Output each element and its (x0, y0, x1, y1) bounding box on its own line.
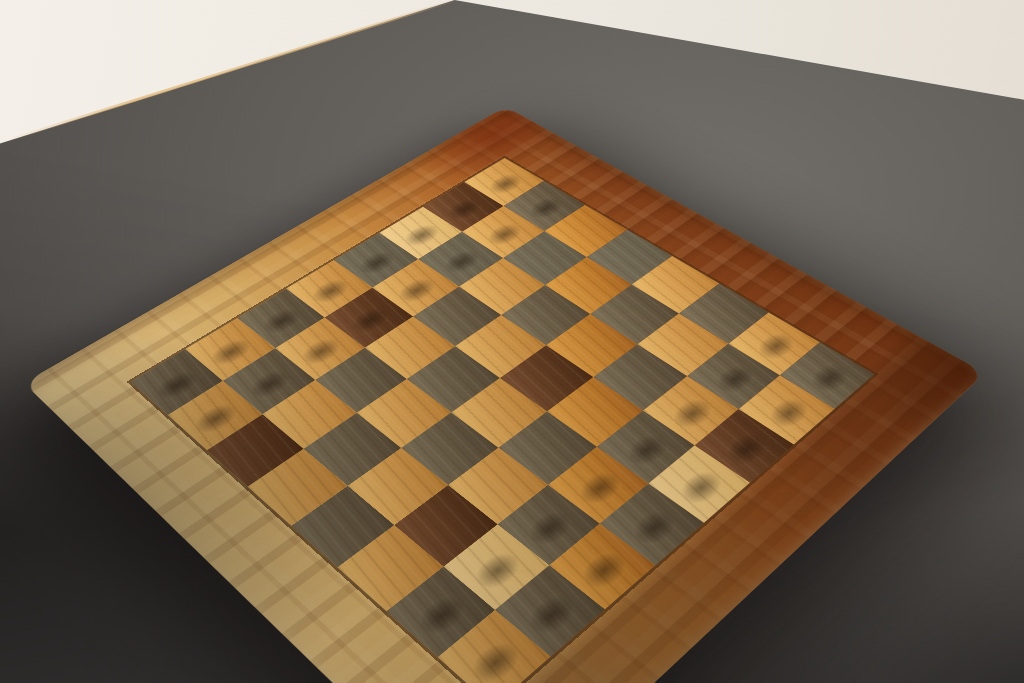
square[interactable]: ♜ (438, 610, 550, 683)
piece-black-rook[interactable]: ♜ (436, 528, 562, 669)
perspective-stage: ♜♞♝♛♚♝♞♜♟♟♟♟♟♟♟♟♟♟♟♟♟♟♟♟♜♞♝♛♚♝♞♜ (0, 0, 1024, 683)
chess-board: ♜♞♝♛♚♝♞♜♟♟♟♟♟♟♟♟♟♟♟♟♟♟♟♟♜♞♝♛♚♝♞♜ (24, 107, 985, 683)
board-squares: ♜♞♝♛♚♝♞♜♟♟♟♟♟♟♟♟♟♟♟♟♟♟♟♟♜♞♝♛♚♝♞♜ (127, 156, 879, 683)
photo-scene: ♜♞♝♛♚♝♞♜♟♟♟♟♟♟♟♟♟♟♟♟♟♟♟♟♜♞♝♛♚♝♞♜ (0, 0, 1024, 683)
piece-white-pawn[interactable]: ♟ (171, 319, 264, 423)
